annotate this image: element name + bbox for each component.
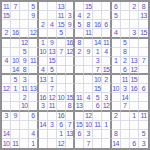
cell-r12c16[interactable]: [139, 102, 148, 111]
cell-r1c9[interactable]: [75, 2, 84, 11]
cell-r11c16[interactable]: [139, 93, 148, 102]
cell-r4c8[interactable]: [66, 29, 75, 38]
cell-r4c11[interactable]: [93, 29, 102, 38]
cell-r9c12[interactable]: 2: [102, 75, 111, 84]
cell-r5c1[interactable]: [2, 39, 11, 48]
cell-r13c7[interactable]: 16: [57, 112, 66, 121]
cell-r11c10[interactable]: 4: [84, 93, 93, 102]
cell-r2c7[interactable]: 11: [57, 11, 66, 20]
cell-r6c2[interactable]: [11, 48, 20, 57]
cell-r2c1[interactable]: 15: [2, 11, 11, 20]
cell-r12c9[interactable]: 13: [75, 102, 84, 111]
cell-r5c9[interactable]: 8: [75, 39, 84, 48]
cell-r13c4[interactable]: 6: [29, 112, 38, 121]
cell-r6c1[interactable]: [2, 48, 11, 57]
cell-r15c5[interactable]: [39, 130, 48, 139]
cell-r3c1[interactable]: [2, 20, 11, 29]
cell-r12c10[interactable]: [84, 102, 93, 111]
cell-r12c6[interactable]: 11: [48, 102, 57, 111]
cell-r13c14[interactable]: [121, 112, 130, 121]
cell-r6c8[interactable]: 12: [66, 48, 75, 57]
cell-r2c4[interactable]: 9: [29, 11, 38, 20]
cell-r15c2[interactable]: [11, 130, 20, 139]
cell-r10c8[interactable]: [66, 84, 75, 93]
cell-r1c14[interactable]: [121, 2, 130, 11]
cell-r5c11[interactable]: 14: [93, 39, 102, 48]
cell-r15c6[interactable]: [48, 130, 57, 139]
cell-r5c8[interactable]: 16: [66, 39, 75, 48]
cell-r12c12[interactable]: 12: [102, 102, 111, 111]
cell-r4c15[interactable]: 3: [130, 29, 139, 38]
cell-r1c5[interactable]: [39, 2, 48, 11]
cell-r5c10[interactable]: [84, 39, 93, 48]
cell-r6c5[interactable]: 10: [39, 48, 48, 57]
cell-r6c14[interactable]: 8: [121, 48, 130, 57]
cell-r12c1[interactable]: [2, 102, 11, 111]
cell-r10c9[interactable]: [75, 84, 84, 93]
cell-r3c5[interactable]: 2: [39, 20, 48, 29]
cell-r16c8[interactable]: [66, 139, 75, 148]
cell-r11c5[interactable]: 16: [39, 93, 48, 102]
cell-r13c2[interactable]: 9: [11, 112, 20, 121]
cell-r13c9[interactable]: [75, 112, 84, 121]
cell-r4c10[interactable]: 11: [84, 29, 93, 38]
cell-r14c7[interactable]: 6: [57, 121, 66, 130]
cell-r7c5[interactable]: [39, 57, 48, 66]
cell-r14c14[interactable]: [121, 121, 130, 130]
cell-r8c6[interactable]: 5: [48, 66, 57, 75]
cell-r4c16[interactable]: 15: [139, 29, 148, 38]
cell-r6c16[interactable]: [139, 48, 148, 57]
cell-r11c9[interactable]: 11: [75, 93, 84, 102]
cell-r5c3[interactable]: 12: [20, 39, 29, 48]
cell-r15c14[interactable]: [121, 130, 130, 139]
cell-r10c13[interactable]: 10: [112, 84, 121, 93]
cell-r6c3[interactable]: 5: [20, 48, 29, 57]
cell-r12c3[interactable]: 10: [20, 102, 29, 111]
cell-r13c11[interactable]: [93, 112, 102, 121]
cell-r6c7[interactable]: 7: [57, 48, 66, 57]
cell-r7c15[interactable]: 13: [130, 57, 139, 66]
cell-r1c13[interactable]: 6: [112, 2, 121, 11]
cell-r14c11[interactable]: 11: [93, 121, 102, 130]
cell-r8c10[interactable]: [84, 66, 93, 75]
cell-r3c11[interactable]: 16: [93, 20, 102, 29]
cell-r7c12[interactable]: [102, 57, 111, 66]
cell-r13c5[interactable]: [39, 112, 48, 121]
cell-r4c7[interactable]: 5: [57, 29, 66, 38]
cell-r2c15[interactable]: [130, 11, 139, 20]
cell-r16c16[interactable]: 3: [139, 139, 148, 148]
cell-r11c15[interactable]: [130, 93, 139, 102]
cell-r10c5[interactable]: [39, 84, 48, 93]
cell-r5c15[interactable]: [130, 39, 139, 48]
cell-r14c6[interactable]: 3: [48, 121, 57, 130]
cell-r3c9[interactable]: 5: [75, 20, 84, 29]
cell-r13c3[interactable]: [20, 112, 29, 121]
cell-r5c7[interactable]: [57, 39, 66, 48]
cell-r13c12[interactable]: [102, 112, 111, 121]
cell-r16c3[interactable]: [20, 139, 29, 148]
cell-r16c7[interactable]: 12: [57, 139, 66, 148]
cell-r7c13[interactable]: 1: [112, 57, 121, 66]
cell-r15c11[interactable]: [93, 130, 102, 139]
cell-r16c1[interactable]: 10: [2, 139, 11, 148]
cell-r1c7[interactable]: 13: [57, 2, 66, 11]
cell-r2c6[interactable]: [48, 11, 57, 20]
cell-r12c8[interactable]: 8: [66, 102, 75, 111]
cell-r15c9[interactable]: 6: [75, 130, 84, 139]
cell-r16c6[interactable]: [48, 139, 57, 148]
cell-r14c9[interactable]: 15: [75, 121, 84, 130]
cell-r2c13[interactable]: 5: [112, 11, 121, 20]
cell-r6c9[interactable]: 2: [75, 48, 84, 57]
cell-r10c12[interactable]: [102, 84, 111, 93]
cell-r8c14[interactable]: 6: [121, 66, 130, 75]
cell-r5c6[interactable]: 9: [48, 39, 57, 48]
cell-r14c10[interactable]: 10: [84, 121, 93, 130]
cell-r3c2[interactable]: [11, 20, 20, 29]
cell-r14c13[interactable]: [112, 121, 121, 130]
cell-r12c11[interactable]: 6: [93, 102, 102, 111]
cell-r5c4[interactable]: [29, 39, 38, 48]
cell-r7c8[interactable]: [66, 57, 75, 66]
cell-r7c7[interactable]: [57, 57, 66, 66]
cell-r8c13[interactable]: [112, 66, 121, 75]
cell-r2c8[interactable]: 3: [66, 11, 75, 20]
sudoku-board: 1175131562815911342513241595816621612511…: [0, 0, 150, 150]
cell-r10c14[interactable]: 3: [121, 84, 130, 93]
cell-r5c13[interactable]: [112, 39, 121, 48]
cell-r2c12[interactable]: [102, 11, 111, 20]
cell-r9c6[interactable]: 1: [48, 75, 57, 84]
cell-r5c14[interactable]: 5: [121, 39, 130, 48]
cell-r12c5[interactable]: 3: [39, 102, 48, 111]
cell-r10c6[interactable]: 7: [48, 84, 57, 93]
cell-r8c15[interactable]: 12: [130, 66, 139, 75]
cell-r16c13[interactable]: 14: [112, 139, 121, 148]
cell-r7c2[interactable]: 10: [11, 57, 20, 66]
cell-r8c7[interactable]: [57, 66, 66, 75]
cell-r2c9[interactable]: 4: [75, 11, 84, 20]
cell-r10c11[interactable]: 15: [93, 84, 102, 93]
cell-r9c16[interactable]: [139, 75, 148, 84]
cell-r4c6[interactable]: [48, 29, 57, 38]
cell-r8c9[interactable]: [75, 66, 84, 75]
cell-r4c13[interactable]: 4: [112, 29, 121, 38]
cell-r1c1[interactable]: 11: [2, 2, 11, 11]
cell-r11c2[interactable]: [11, 93, 20, 102]
cell-r13c8[interactable]: [66, 112, 75, 121]
cell-r3c13[interactable]: [112, 20, 121, 29]
cell-r7c10[interactable]: [84, 57, 93, 66]
cell-r3c16[interactable]: [139, 20, 148, 29]
cell-r9c7[interactable]: [57, 75, 66, 84]
cell-r16c4[interactable]: 1: [29, 139, 38, 148]
cell-r15c10[interactable]: 3: [84, 130, 93, 139]
cell-r10c4[interactable]: 13: [29, 84, 38, 93]
cell-r9c5[interactable]: 13: [39, 75, 48, 84]
cell-r13c16[interactable]: 11: [139, 112, 148, 121]
cell-r5c5[interactable]: 1: [39, 39, 48, 48]
cell-r4c5[interactable]: [39, 29, 48, 38]
cell-r3c15[interactable]: [130, 20, 139, 29]
cell-r11c11[interactable]: 5: [93, 93, 102, 102]
cell-r6c11[interactable]: 1: [93, 48, 102, 57]
cell-r2c5[interactable]: [39, 11, 48, 20]
cell-r11c3[interactable]: 2: [20, 93, 29, 102]
cell-r15c15[interactable]: [130, 130, 139, 139]
cell-r10c1[interactable]: 12: [2, 84, 11, 93]
cell-r11c8[interactable]: 15: [66, 93, 75, 102]
cell-r8c4[interactable]: [29, 66, 38, 75]
cell-r15c3[interactable]: [20, 130, 29, 139]
cell-r3c3[interactable]: [20, 20, 29, 29]
cell-r15c4[interactable]: 4: [29, 130, 38, 139]
cell-r10c16[interactable]: 6: [139, 84, 148, 93]
cell-r16c5[interactable]: [39, 139, 48, 148]
cell-r1c6[interactable]: [48, 2, 57, 11]
cell-r15c1[interactable]: 14: [2, 130, 11, 139]
cell-r8c12[interactable]: 15: [102, 66, 111, 75]
cell-r12c14[interactable]: 7: [121, 102, 130, 111]
cell-r3c8[interactable]: 9: [66, 20, 75, 29]
cell-r3c10[interactable]: 8: [84, 20, 93, 29]
cell-r1c8[interactable]: [66, 2, 75, 11]
cell-r16c12[interactable]: [102, 139, 111, 148]
cell-r15c16[interactable]: 5: [139, 130, 148, 139]
cell-r15c7[interactable]: 1: [57, 130, 66, 139]
cell-r7c14[interactable]: 2: [121, 57, 130, 66]
cell-r12c2[interactable]: [11, 102, 20, 111]
cell-r4c14[interactable]: [121, 29, 130, 38]
cell-r9c8[interactable]: [66, 75, 75, 84]
cell-r16c14[interactable]: [121, 139, 130, 148]
cell-r9c4[interactable]: [29, 75, 38, 84]
cell-r7c9[interactable]: [75, 57, 84, 66]
cell-r3c12[interactable]: 6: [102, 20, 111, 29]
cell-r13c13[interactable]: 2: [112, 112, 121, 121]
cell-r11c1[interactable]: [2, 93, 11, 102]
cell-r7c3[interactable]: 9: [20, 57, 29, 66]
cell-r16c9[interactable]: [75, 139, 84, 148]
cell-r8c16[interactable]: [139, 66, 148, 75]
cell-r11c13[interactable]: [112, 93, 121, 102]
cell-r16c10[interactable]: 7: [84, 139, 93, 148]
cell-r10c3[interactable]: 11: [20, 84, 29, 93]
cell-r9c9[interactable]: [75, 75, 84, 84]
cell-r3c6[interactable]: 4: [48, 20, 57, 29]
cell-r2c11[interactable]: [93, 11, 102, 20]
cell-r13c15[interactable]: 1: [130, 112, 139, 121]
cell-r14c1[interactable]: [2, 121, 11, 130]
cell-r3c7[interactable]: 15: [57, 20, 66, 29]
cell-r6c4[interactable]: [29, 48, 38, 57]
cell-r2c14[interactable]: [121, 11, 130, 20]
cell-r2c10[interactable]: 2: [84, 11, 93, 20]
cell-r10c15[interactable]: 16: [130, 84, 139, 93]
cell-r2c2[interactable]: [11, 11, 20, 20]
cell-r1c2[interactable]: 7: [11, 2, 20, 11]
cell-r4c3[interactable]: [20, 29, 29, 38]
cell-r14c8[interactable]: 7: [66, 121, 75, 130]
cell-r12c13[interactable]: [112, 102, 121, 111]
cell-r11c7[interactable]: 10: [57, 93, 66, 102]
cell-r5c16[interactable]: [139, 39, 148, 48]
cell-r10c2[interactable]: 1: [11, 84, 20, 93]
cell-r9c1[interactable]: [2, 75, 11, 84]
cell-r5c12[interactable]: 11: [102, 39, 111, 48]
cell-r16c11[interactable]: [93, 139, 102, 148]
cell-r16c15[interactable]: 6: [130, 139, 139, 148]
cell-r11c6[interactable]: 12: [48, 93, 57, 102]
cell-r12c4[interactable]: [29, 102, 38, 111]
cell-r15c12[interactable]: [102, 130, 111, 139]
cell-r8c11[interactable]: 7: [93, 66, 102, 75]
cell-r4c1[interactable]: 2: [2, 29, 11, 38]
cell-r2c16[interactable]: 13: [139, 11, 148, 20]
cell-r14c16[interactable]: [139, 121, 148, 130]
cell-r6c6[interactable]: 13: [48, 48, 57, 57]
cell-r4c4[interactable]: 12: [29, 29, 38, 38]
cell-r8c2[interactable]: 14: [11, 66, 20, 75]
cell-r4c9[interactable]: [75, 29, 84, 38]
cell-r10c10[interactable]: [84, 84, 93, 93]
cell-r6c10[interactable]: 9: [84, 48, 93, 57]
cell-r13c10[interactable]: 12: [84, 112, 93, 121]
cell-r1c12[interactable]: [102, 2, 111, 11]
cell-r15c13[interactable]: 8: [112, 130, 121, 139]
cell-r15c8[interactable]: 13: [66, 130, 75, 139]
cell-r14c12[interactable]: 1: [102, 121, 111, 130]
cell-r12c15[interactable]: [130, 102, 139, 111]
cell-r14c3[interactable]: [20, 121, 29, 130]
cell-r7c1[interactable]: 4: [2, 57, 11, 66]
cell-r1c3[interactable]: [20, 2, 29, 11]
cell-r7c11[interactable]: 3: [93, 57, 102, 66]
cell-r11c14[interactable]: 14: [121, 93, 130, 102]
cell-r8c3[interactable]: 8: [20, 66, 29, 75]
cell-r16c2[interactable]: 11: [11, 139, 20, 148]
cell-r6c13[interactable]: [112, 48, 121, 57]
cell-r14c2[interactable]: [11, 121, 20, 130]
cell-r3c4[interactable]: [29, 20, 38, 29]
cell-r1c15[interactable]: 2: [130, 2, 139, 11]
cell-r14c4[interactable]: [29, 121, 38, 130]
cell-r7c4[interactable]: 11: [29, 57, 38, 66]
cell-r1c10[interactable]: 15: [84, 2, 93, 11]
cell-r6c12[interactable]: 4: [102, 48, 111, 57]
cell-r7c16[interactable]: 7: [139, 57, 148, 66]
cell-r5c2[interactable]: [11, 39, 20, 48]
cell-r9c10[interactable]: [84, 75, 93, 84]
cell-r3c14[interactable]: [121, 20, 130, 29]
cell-r4c2[interactable]: 16: [11, 29, 20, 38]
cell-r14c5[interactable]: 14: [39, 121, 48, 130]
cell-r1c11[interactable]: [93, 2, 102, 11]
cell-r14c15[interactable]: [130, 121, 139, 130]
cell-r13c6[interactable]: [48, 112, 57, 121]
cell-r1c16[interactable]: 8: [139, 2, 148, 11]
cell-r8c5[interactable]: 4: [39, 66, 48, 75]
cell-r9c3[interactable]: 3: [20, 75, 29, 84]
cell-r9c11[interactable]: 10: [93, 75, 102, 84]
cell-r8c8[interactable]: [66, 66, 75, 75]
cell-r11c12[interactable]: 3: [102, 93, 111, 102]
cell-r2c3[interactable]: [20, 11, 29, 20]
cell-r9c15[interactable]: 15: [130, 75, 139, 84]
cell-r1c4[interactable]: 5: [29, 2, 38, 11]
cell-r8c1[interactable]: [2, 66, 11, 75]
cell-r7c6[interactable]: 15: [48, 57, 57, 66]
cell-r10c7[interactable]: [57, 84, 66, 93]
cell-r4c12[interactable]: [102, 29, 111, 38]
cell-r6c15[interactable]: [130, 48, 139, 57]
cell-r11c4[interactable]: [29, 93, 38, 102]
cell-r9c13[interactable]: [112, 75, 121, 84]
cell-r9c14[interactable]: 11: [121, 75, 130, 84]
cell-r13c1[interactable]: 3: [2, 112, 11, 121]
cell-r12c7[interactable]: [57, 102, 66, 111]
cell-r9c2[interactable]: 5: [11, 75, 20, 84]
